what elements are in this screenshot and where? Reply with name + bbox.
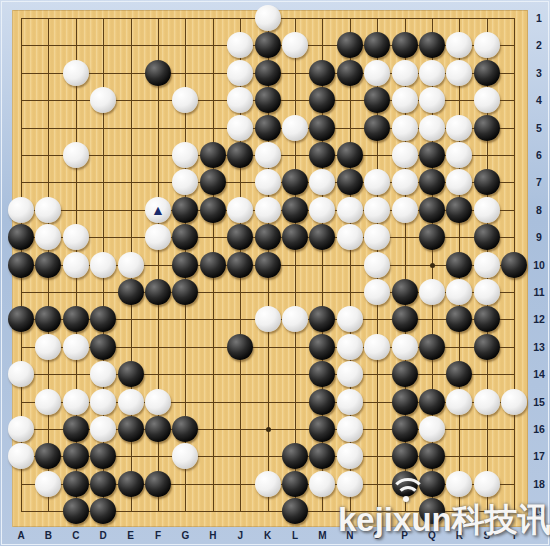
white-stone-J5[interactable] <box>227 115 253 141</box>
white-stone-N8[interactable] <box>337 197 363 223</box>
white-stone-B13[interactable] <box>35 334 61 360</box>
white-stone-C10[interactable] <box>63 252 89 278</box>
row-label-8: 8 <box>529 204 549 216</box>
grid-line-vertical <box>295 18 296 512</box>
row-label-15: 15 <box>529 396 549 408</box>
black-stone-K9[interactable] <box>255 224 281 250</box>
white-stone-M8[interactable] <box>309 197 335 223</box>
column-label-T: T <box>505 530 523 541</box>
white-stone-D10[interactable] <box>90 252 116 278</box>
black-stone-S3[interactable] <box>474 60 500 86</box>
black-stone-P12[interactable] <box>392 306 418 332</box>
row-label-14: 14 <box>529 368 549 380</box>
black-stone-K2[interactable] <box>255 32 281 58</box>
black-stone-M15[interactable] <box>309 389 335 415</box>
row-label-12: 12 <box>529 313 549 325</box>
white-stone-P3[interactable] <box>392 60 418 86</box>
white-stone-C9[interactable] <box>63 224 89 250</box>
black-stone-P16[interactable] <box>392 416 418 442</box>
white-stone-A14[interactable] <box>8 361 34 387</box>
black-stone-J6[interactable] <box>227 142 253 168</box>
row-label-2: 2 <box>529 39 549 51</box>
white-stone-K8[interactable] <box>255 197 281 223</box>
white-stone-A16[interactable] <box>8 416 34 442</box>
white-stone-O3[interactable] <box>364 60 390 86</box>
black-stone-F18[interactable] <box>145 471 171 497</box>
column-label-L: L <box>286 530 304 541</box>
white-stone-A8[interactable] <box>8 197 34 223</box>
white-stone-P5[interactable] <box>392 115 418 141</box>
column-label-K: K <box>259 530 277 541</box>
black-stone-A10[interactable] <box>8 252 34 278</box>
white-stone-P4[interactable] <box>392 87 418 113</box>
white-stone-K6[interactable] <box>255 142 281 168</box>
white-stone-N9[interactable] <box>337 224 363 250</box>
black-stone-S9[interactable] <box>474 224 500 250</box>
column-label-J: J <box>231 530 249 541</box>
black-stone-J13[interactable] <box>227 334 253 360</box>
row-label-5: 5 <box>529 122 549 134</box>
black-stone-K3[interactable] <box>255 60 281 86</box>
black-stone-E11[interactable] <box>118 279 144 305</box>
white-stone-Q5[interactable] <box>419 115 445 141</box>
white-stone-Q11[interactable] <box>419 279 445 305</box>
white-stone-K7[interactable] <box>255 169 281 195</box>
row-label-13: 13 <box>529 341 549 353</box>
white-stone-C6[interactable] <box>63 142 89 168</box>
white-stone-S15[interactable] <box>474 389 500 415</box>
white-stone-S8[interactable] <box>474 197 500 223</box>
black-stone-L18[interactable] <box>282 471 308 497</box>
black-stone-H7[interactable] <box>200 169 226 195</box>
white-stone-M18[interactable] <box>309 471 335 497</box>
white-stone-Q3[interactable] <box>419 60 445 86</box>
hoshi-point <box>430 263 435 268</box>
black-stone-J10[interactable] <box>227 252 253 278</box>
column-label-S: S <box>478 530 496 541</box>
black-stone-Q6[interactable] <box>419 142 445 168</box>
black-stone-T10[interactable] <box>501 252 527 278</box>
white-stone-N16[interactable] <box>337 416 363 442</box>
black-stone-R10[interactable] <box>446 252 472 278</box>
black-stone-Q13[interactable] <box>419 334 445 360</box>
black-stone-C17[interactable] <box>63 443 89 469</box>
white-stone-J3[interactable] <box>227 60 253 86</box>
column-label-G: G <box>176 530 194 541</box>
white-stone-S2[interactable] <box>474 32 500 58</box>
row-label-7: 7 <box>529 176 549 188</box>
column-label-N: N <box>341 530 359 541</box>
white-stone-P6[interactable] <box>392 142 418 168</box>
white-stone-K1[interactable] <box>255 5 281 31</box>
white-stone-S10[interactable] <box>474 252 500 278</box>
black-stone-P18[interactable] <box>392 471 418 497</box>
white-stone-C15[interactable] <box>63 389 89 415</box>
black-stone-S5[interactable] <box>474 115 500 141</box>
black-stone-Q9[interactable] <box>419 224 445 250</box>
black-stone-N2[interactable] <box>337 32 363 58</box>
white-stone-E15[interactable] <box>118 389 144 415</box>
black-stone-E16[interactable] <box>118 416 144 442</box>
row-label-18: 18 <box>529 478 549 490</box>
black-stone-P11[interactable] <box>392 279 418 305</box>
black-stone-Q19[interactable] <box>419 498 445 524</box>
white-stone-L5[interactable] <box>282 115 308 141</box>
black-stone-F11[interactable] <box>145 279 171 305</box>
black-stone-M5[interactable] <box>309 115 335 141</box>
go-game-screenshot: ABCDEFGHJKLMNOPQRST 12345678910111213141… <box>0 0 550 546</box>
row-label-10: 10 <box>529 259 549 271</box>
white-stone-Q4[interactable] <box>419 87 445 113</box>
white-stone-F8[interactable] <box>145 197 171 223</box>
white-stone-N13[interactable] <box>337 334 363 360</box>
white-stone-K18[interactable] <box>255 471 281 497</box>
column-label-D: D <box>94 530 112 541</box>
white-stone-N18[interactable] <box>337 471 363 497</box>
column-label-Q: Q <box>423 530 441 541</box>
black-stone-D18[interactable] <box>90 471 116 497</box>
white-stone-C3[interactable] <box>63 60 89 86</box>
white-stone-R5[interactable] <box>446 115 472 141</box>
white-stone-S11[interactable] <box>474 279 500 305</box>
black-stone-C18[interactable] <box>63 471 89 497</box>
column-label-B: B <box>39 530 57 541</box>
black-stone-H6[interactable] <box>200 142 226 168</box>
black-stone-H8[interactable] <box>200 197 226 223</box>
black-stone-Q18[interactable] <box>419 471 445 497</box>
black-stone-C12[interactable] <box>63 306 89 332</box>
black-stone-K10[interactable] <box>255 252 281 278</box>
row-label-6: 6 <box>529 149 549 161</box>
black-stone-E18[interactable] <box>118 471 144 497</box>
black-stone-E14[interactable] <box>118 361 144 387</box>
black-stone-S12[interactable] <box>474 306 500 332</box>
column-label-R: R <box>450 530 468 541</box>
black-stone-O5[interactable] <box>364 115 390 141</box>
white-stone-O10[interactable] <box>364 252 390 278</box>
black-stone-N3[interactable] <box>337 60 363 86</box>
white-stone-D15[interactable] <box>90 389 116 415</box>
white-stone-B15[interactable] <box>35 389 61 415</box>
white-stone-P13[interactable] <box>392 334 418 360</box>
white-stone-J8[interactable] <box>227 197 253 223</box>
white-stone-O13[interactable] <box>364 334 390 360</box>
white-stone-Q16[interactable] <box>419 416 445 442</box>
white-stone-P7[interactable] <box>392 169 418 195</box>
black-stone-N6[interactable] <box>337 142 363 168</box>
black-stone-K5[interactable] <box>255 115 281 141</box>
hoshi-point <box>266 427 271 432</box>
black-stone-H10[interactable] <box>200 252 226 278</box>
black-stone-S13[interactable] <box>474 334 500 360</box>
black-stone-P14[interactable] <box>392 361 418 387</box>
black-stone-A9[interactable] <box>8 224 34 250</box>
white-stone-R15[interactable] <box>446 389 472 415</box>
black-stone-C19[interactable] <box>63 498 89 524</box>
column-label-M: M <box>313 530 331 541</box>
white-stone-B8[interactable] <box>35 197 61 223</box>
row-label-1: 1 <box>529 12 549 24</box>
row-label-3: 3 <box>529 67 549 79</box>
black-stone-B10[interactable] <box>35 252 61 278</box>
white-stone-B18[interactable] <box>35 471 61 497</box>
black-stone-F16[interactable] <box>145 416 171 442</box>
black-stone-K4[interactable] <box>255 87 281 113</box>
white-stone-K12[interactable] <box>255 306 281 332</box>
row-label-11: 11 <box>529 286 549 298</box>
black-stone-S7[interactable] <box>474 169 500 195</box>
white-stone-C13[interactable] <box>63 334 89 360</box>
black-stone-M13[interactable] <box>309 334 335 360</box>
row-label-4: 4 <box>529 94 549 106</box>
white-stone-O11[interactable] <box>364 279 390 305</box>
black-stone-N7[interactable] <box>337 169 363 195</box>
column-label-F: F <box>149 530 167 541</box>
white-stone-N15[interactable] <box>337 389 363 415</box>
white-stone-S4[interactable] <box>474 87 500 113</box>
white-stone-N12[interactable] <box>337 306 363 332</box>
black-stone-R8[interactable] <box>446 197 472 223</box>
column-label-H: H <box>204 530 222 541</box>
black-stone-G8[interactable] <box>172 197 198 223</box>
white-stone-F15[interactable] <box>145 389 171 415</box>
white-stone-P8[interactable] <box>392 197 418 223</box>
black-stone-Q8[interactable] <box>419 197 445 223</box>
column-label-E: E <box>122 530 140 541</box>
white-stone-S18[interactable] <box>474 471 500 497</box>
black-stone-D13[interactable] <box>90 334 116 360</box>
black-stone-C16[interactable] <box>63 416 89 442</box>
row-label-17: 17 <box>529 450 549 462</box>
column-label-P: P <box>396 530 414 541</box>
black-stone-Q15[interactable] <box>419 389 445 415</box>
white-stone-R18[interactable] <box>446 471 472 497</box>
row-label-19: 19 <box>529 505 549 517</box>
row-label-16: 16 <box>529 423 549 435</box>
black-stone-P17[interactable] <box>392 443 418 469</box>
white-stone-E10[interactable] <box>118 252 144 278</box>
column-label-C: C <box>67 530 85 541</box>
white-stone-R3[interactable] <box>446 60 472 86</box>
white-stone-T15[interactable] <box>501 389 527 415</box>
black-stone-M3[interactable] <box>309 60 335 86</box>
white-stone-N17[interactable] <box>337 443 363 469</box>
white-stone-F9[interactable] <box>145 224 171 250</box>
black-stone-G10[interactable] <box>172 252 198 278</box>
black-stone-P15[interactable] <box>392 389 418 415</box>
white-stone-N14[interactable] <box>337 361 363 387</box>
column-label-A: A <box>12 530 30 541</box>
row-label-9: 9 <box>529 231 549 243</box>
black-stone-F3[interactable] <box>145 60 171 86</box>
black-stone-L9[interactable] <box>282 224 308 250</box>
black-stone-L8[interactable] <box>282 197 308 223</box>
white-stone-O8[interactable] <box>364 197 390 223</box>
black-stone-L19[interactable] <box>282 498 308 524</box>
black-stone-P2[interactable] <box>392 32 418 58</box>
white-stone-D16[interactable] <box>90 416 116 442</box>
column-label-O: O <box>368 530 386 541</box>
